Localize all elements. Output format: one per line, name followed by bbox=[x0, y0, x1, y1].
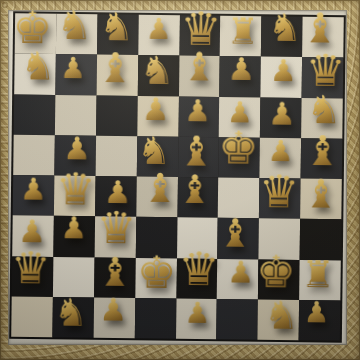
square-h4[interactable]: ♝ bbox=[300, 179, 342, 220]
piece-rook[interactable]: ♜ bbox=[226, 14, 259, 51]
square-f7[interactable]: ♟ bbox=[220, 56, 262, 97]
square-e1[interactable]: ♟ bbox=[176, 298, 218, 339]
piece-pawn[interactable]: ♟ bbox=[184, 96, 211, 126]
square-f5[interactable]: ♚ bbox=[219, 137, 261, 178]
square-a5[interactable] bbox=[13, 135, 55, 176]
square-a2[interactable]: ♛ bbox=[12, 256, 54, 297]
piece-knight[interactable]: ♞ bbox=[54, 293, 89, 332]
piece-queen[interactable]: ♛ bbox=[258, 169, 299, 215]
piece-knight[interactable]: ♞ bbox=[264, 295, 300, 335]
piece-bishop[interactable]: ♝ bbox=[96, 251, 133, 292]
square-g7[interactable]: ♟ bbox=[261, 57, 303, 98]
piece-pawn[interactable]: ♟ bbox=[227, 54, 255, 85]
piece-knight[interactable]: ♞ bbox=[99, 7, 135, 47]
square-a7[interactable]: ♞ bbox=[14, 54, 56, 95]
square-f2[interactable]: ♟ bbox=[217, 258, 259, 299]
piece-knight[interactable]: ♞ bbox=[56, 5, 93, 46]
piece-queen[interactable]: ♛ bbox=[10, 246, 50, 291]
piece-bishop[interactable]: ♝ bbox=[182, 48, 218, 88]
piece-bishop[interactable]: ♝ bbox=[177, 170, 213, 210]
piece-bishop[interactable]: ♝ bbox=[142, 168, 179, 209]
square-b1[interactable]: ♞ bbox=[52, 297, 94, 338]
piece-queen[interactable]: ♛ bbox=[56, 167, 96, 212]
piece-knight[interactable]: ♞ bbox=[20, 47, 56, 87]
piece-pawn[interactable]: ♟ bbox=[60, 214, 87, 244]
framed-chess-photo: ♚♞♞♟♛♜♞♝♞♟♝♞♝♟♟♛♟♟♟♟♞♟♞♝♚♟♝♟♛♟♝♝♛♝♟♟♛♝♛♝… bbox=[0, 0, 360, 360]
square-c5[interactable] bbox=[95, 136, 137, 177]
piece-pawn[interactable]: ♟ bbox=[184, 299, 210, 328]
square-g4[interactable]: ♛ bbox=[259, 178, 301, 219]
square-a6[interactable] bbox=[14, 94, 56, 135]
square-g1[interactable]: ♞ bbox=[258, 299, 300, 340]
square-e7[interactable]: ♝ bbox=[178, 56, 220, 97]
square-e2[interactable]: ♛ bbox=[176, 258, 218, 299]
square-d2[interactable]: ♚ bbox=[135, 257, 177, 298]
square-e4[interactable]: ♝ bbox=[177, 177, 219, 218]
piece-knight[interactable]: ♞ bbox=[306, 90, 342, 130]
piece-knight[interactable]: ♞ bbox=[268, 9, 303, 48]
square-c7[interactable]: ♝ bbox=[96, 55, 138, 96]
piece-knight[interactable]: ♞ bbox=[139, 51, 175, 91]
piece-pawn[interactable]: ♟ bbox=[142, 94, 170, 125]
piece-rook[interactable]: ♜ bbox=[301, 256, 335, 294]
square-f3[interactable]: ♝ bbox=[218, 218, 260, 259]
square-b7[interactable]: ♟ bbox=[55, 54, 97, 95]
piece-pawn[interactable]: ♟ bbox=[267, 137, 293, 166]
piece-pawn[interactable]: ♟ bbox=[268, 98, 296, 129]
piece-king[interactable]: ♚ bbox=[256, 250, 296, 295]
square-b8[interactable]: ♞ bbox=[56, 14, 98, 55]
square-c6[interactable] bbox=[96, 95, 138, 136]
piece-bishop[interactable]: ♝ bbox=[96, 48, 133, 90]
piece-pawn[interactable]: ♟ bbox=[20, 175, 47, 205]
piece-pawn[interactable]: ♟ bbox=[146, 15, 172, 44]
chess-board: ♚♞♞♟♛♜♞♝♞♟♝♞♝♟♟♛♟♟♟♟♞♟♞♝♚♟♝♟♛♟♝♝♛♝♟♟♛♝♛♝… bbox=[11, 13, 344, 341]
square-c1[interactable]: ♟ bbox=[93, 297, 135, 338]
piece-pawn[interactable]: ♟ bbox=[99, 294, 127, 325]
piece-king[interactable]: ♚ bbox=[137, 250, 177, 295]
piece-pawn[interactable]: ♟ bbox=[60, 54, 86, 83]
piece-pawn[interactable]: ♟ bbox=[270, 56, 297, 86]
piece-king[interactable]: ♚ bbox=[218, 125, 259, 171]
square-h1[interactable]: ♟ bbox=[299, 300, 341, 341]
square-g8[interactable]: ♞ bbox=[261, 16, 303, 57]
piece-pawn[interactable]: ♟ bbox=[63, 133, 91, 164]
square-a4[interactable]: ♟ bbox=[13, 175, 55, 216]
piece-bishop[interactable]: ♝ bbox=[304, 131, 341, 173]
piece-bishop[interactable]: ♝ bbox=[218, 214, 254, 254]
piece-queen[interactable]: ♛ bbox=[96, 206, 136, 251]
piece-pawn[interactable]: ♟ bbox=[227, 257, 254, 287]
square-d4[interactable]: ♝ bbox=[136, 176, 178, 217]
piece-pawn[interactable]: ♟ bbox=[303, 298, 329, 327]
square-b3[interactable]: ♟ bbox=[53, 216, 95, 257]
square-f1[interactable] bbox=[217, 299, 259, 340]
piece-bishop[interactable]: ♝ bbox=[301, 8, 338, 50]
square-d1[interactable] bbox=[134, 298, 176, 339]
square-a1[interactable] bbox=[11, 296, 53, 337]
board-rim: ♚♞♞♟♛♜♞♝♞♟♝♞♝♟♟♛♟♟♟♟♞♟♞♝♚♟♝♟♛♟♝♝♛♝♟♟♛♝♛♝… bbox=[9, 11, 346, 343]
square-g6[interactable]: ♟ bbox=[260, 97, 302, 138]
piece-bishop[interactable]: ♝ bbox=[303, 174, 339, 214]
piece-queen[interactable]: ♛ bbox=[178, 245, 220, 292]
